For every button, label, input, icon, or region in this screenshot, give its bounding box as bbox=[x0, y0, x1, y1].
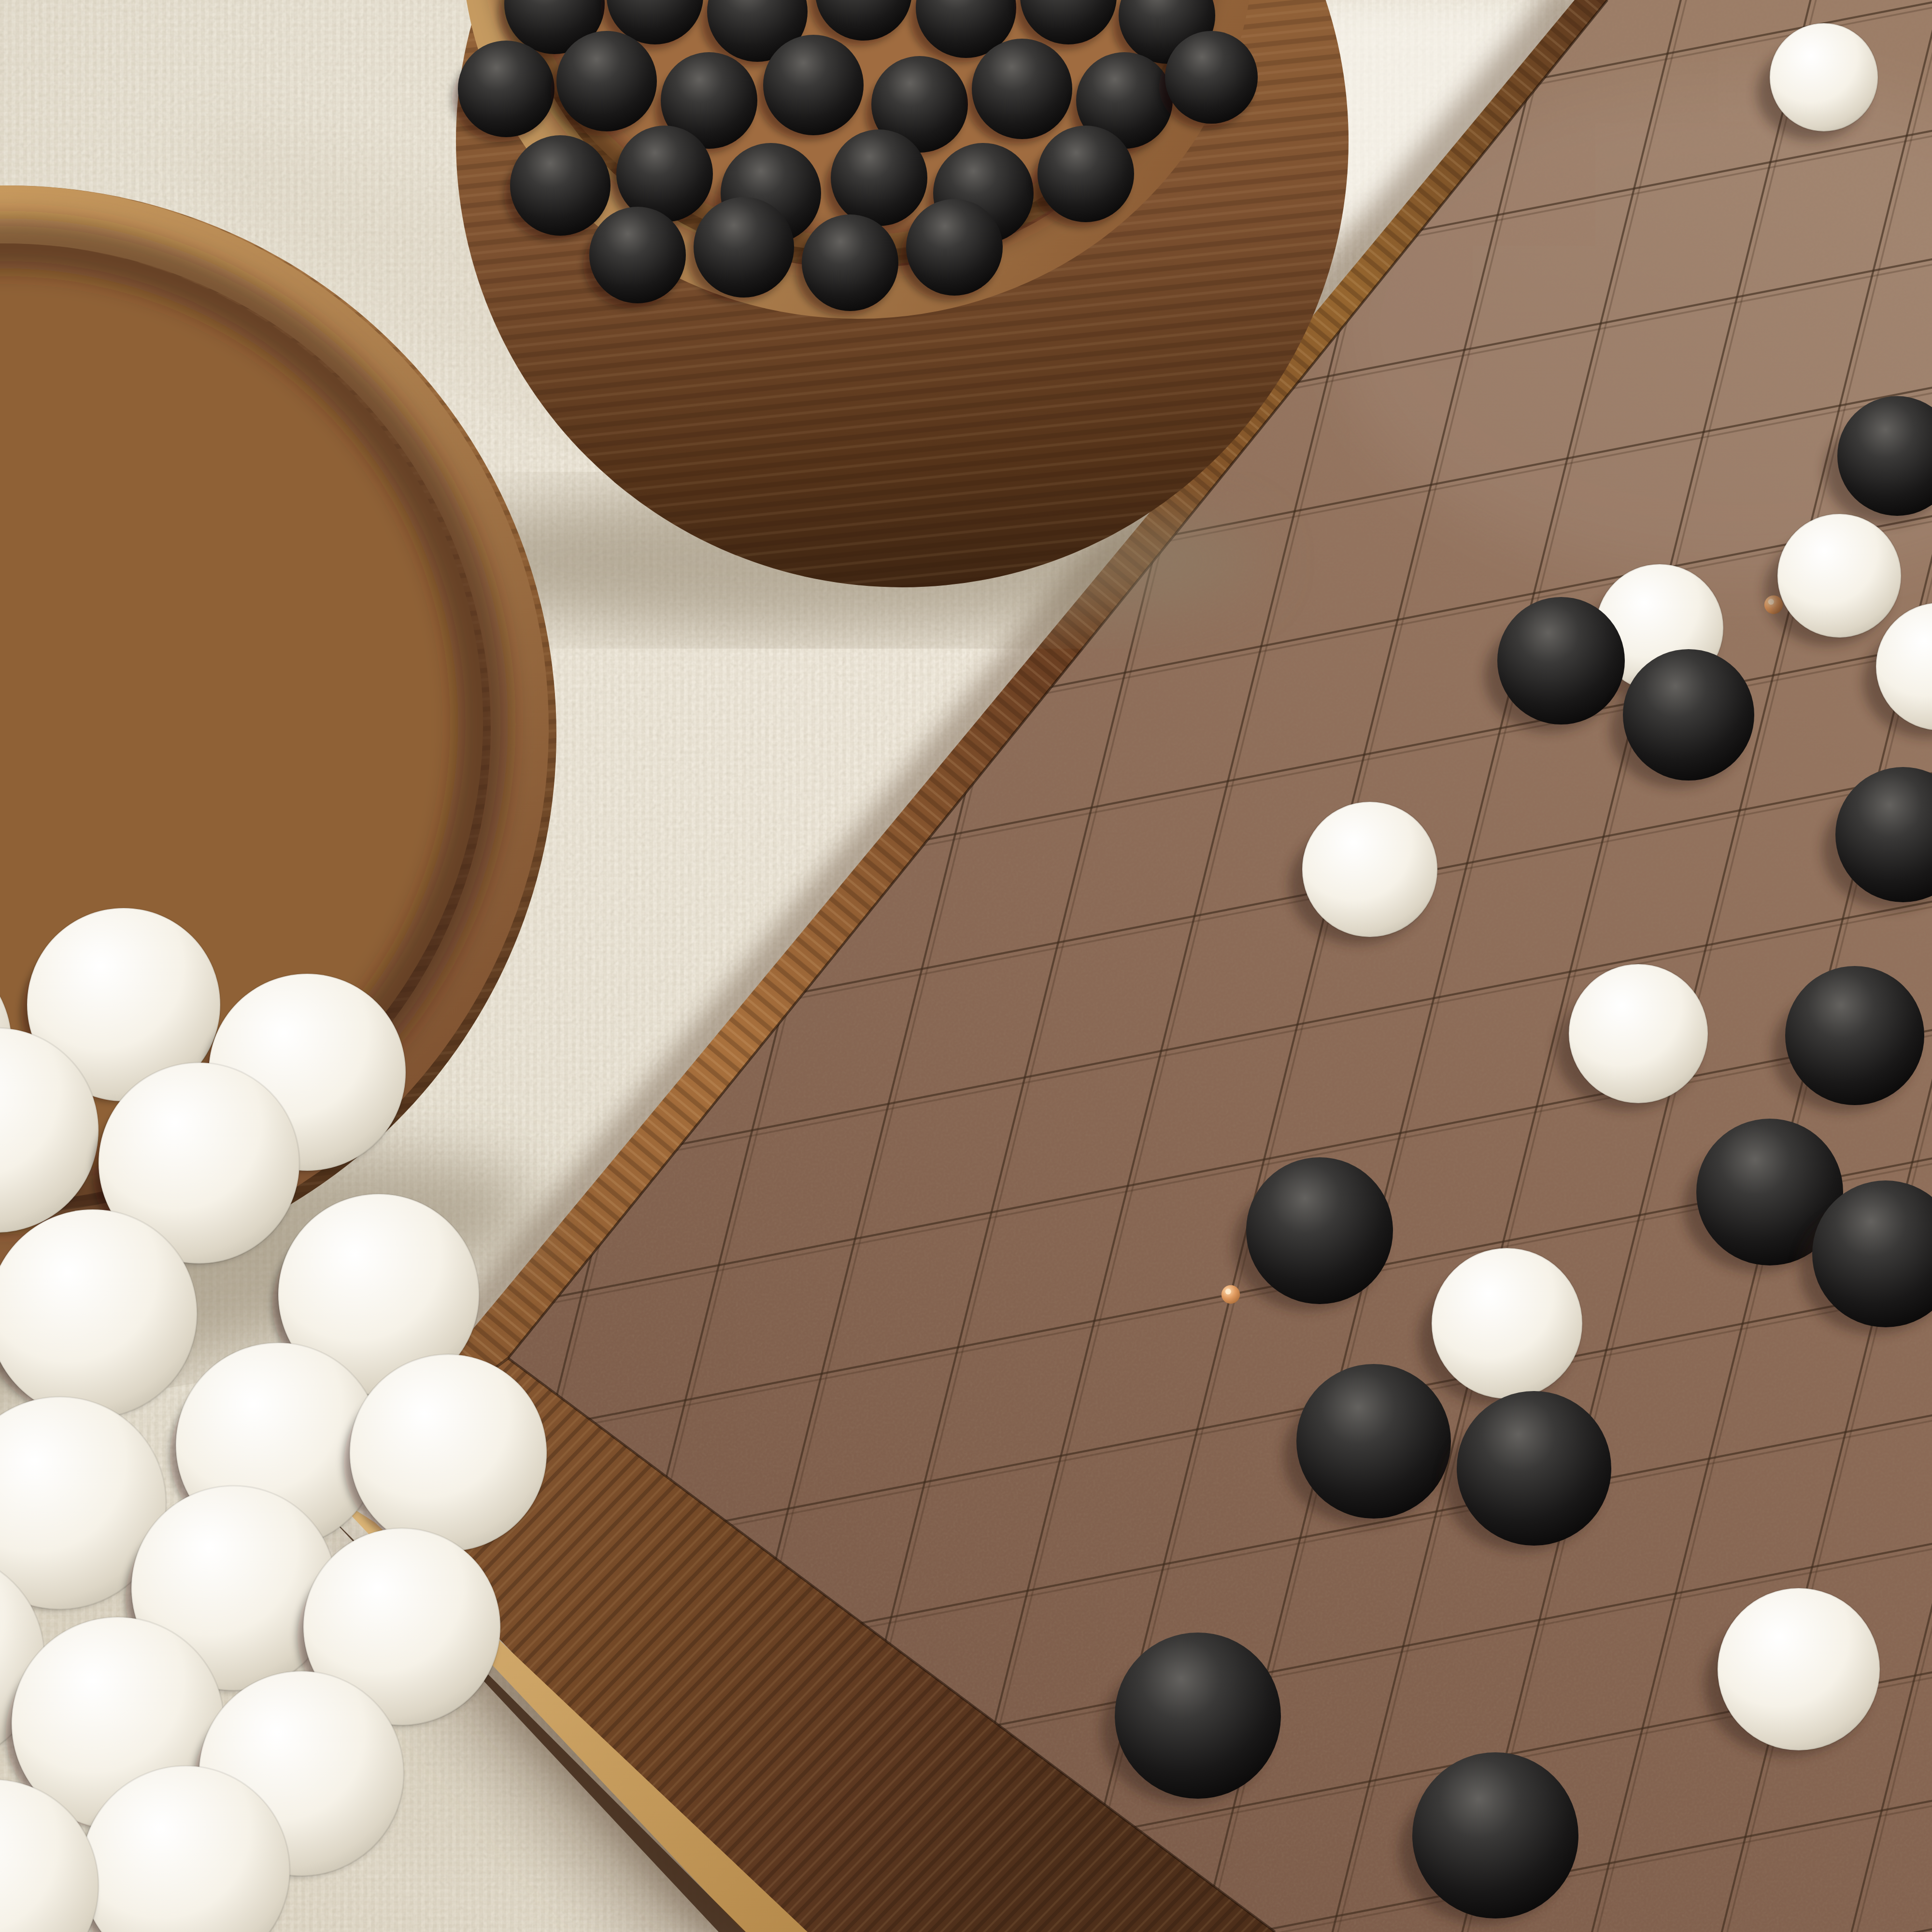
go-set-photo bbox=[0, 0, 1932, 1932]
black-stone-bowl bbox=[406, 0, 1349, 634]
scene-svg bbox=[0, 0, 1932, 1932]
copper-star-point bbox=[1222, 1285, 1240, 1304]
white-stone bbox=[0, 1209, 197, 1418]
